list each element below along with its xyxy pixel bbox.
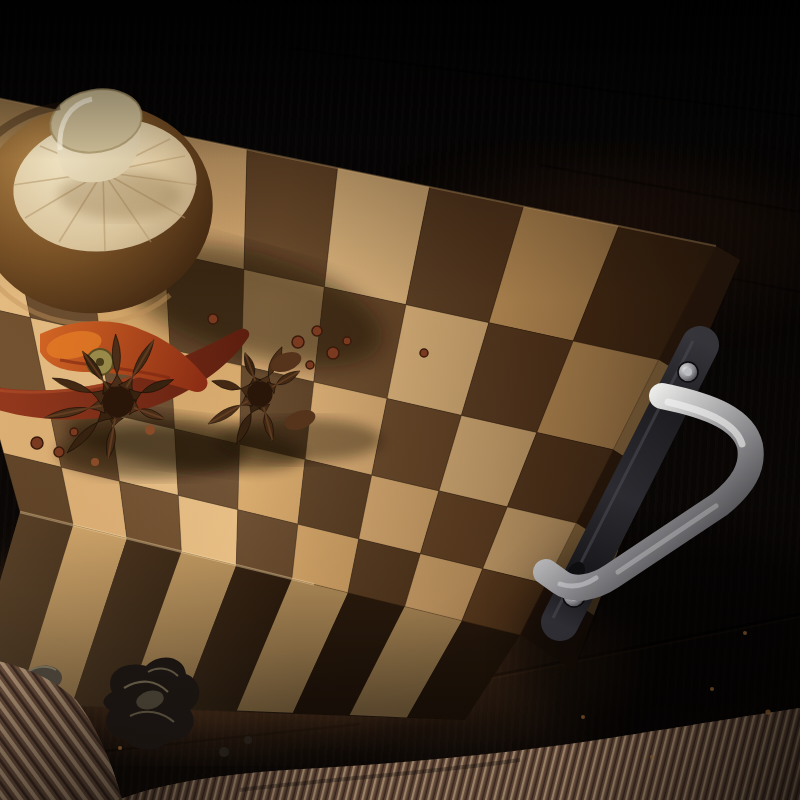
peppercorn <box>327 347 339 359</box>
scene-art <box>0 0 800 800</box>
peppercorn <box>343 337 351 345</box>
peppercorn <box>70 428 78 436</box>
peppercorn <box>54 447 64 457</box>
peppercorn <box>208 314 218 324</box>
peppercorn <box>312 326 322 336</box>
peppercorn <box>420 349 428 357</box>
peppercorn <box>292 336 304 348</box>
peppercorn <box>31 437 43 449</box>
peppercorn <box>306 361 314 369</box>
plate-screw-top <box>678 362 698 382</box>
scene-photo <box>0 0 800 800</box>
